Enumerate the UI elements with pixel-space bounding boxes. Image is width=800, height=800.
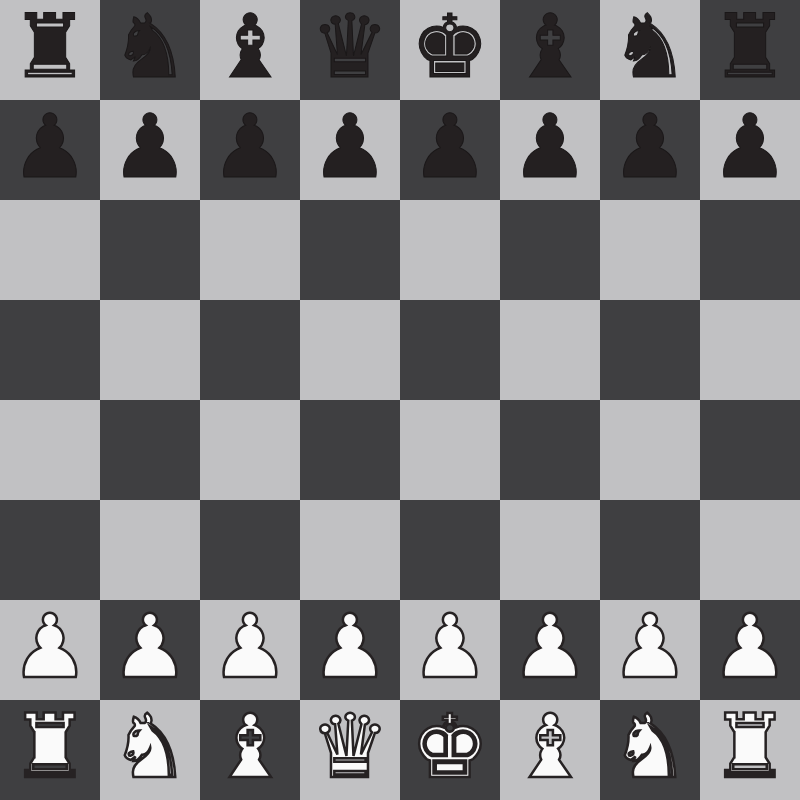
white-pawn-e2: ♟ (411, 597, 490, 697)
square-f2[interactable]: ♟ (500, 600, 600, 700)
black-pawn-c7: ♟ (211, 97, 290, 197)
square-a5[interactable] (0, 300, 100, 400)
black-pawn-h7: ♟ (711, 97, 790, 197)
square-c3[interactable] (200, 500, 300, 600)
white-pawn-g2: ♟ (611, 597, 690, 697)
white-bishop-f1: ♝ (511, 697, 590, 797)
square-e7[interactable]: ♟ (400, 100, 500, 200)
square-h7[interactable]: ♟ (700, 100, 800, 200)
white-rook-a1: ♜ (11, 697, 90, 797)
square-d6[interactable] (300, 200, 400, 300)
white-pawn-d2: ♟ (311, 597, 390, 697)
square-f4[interactable] (500, 400, 600, 500)
black-pawn-b7: ♟ (111, 97, 190, 197)
square-g5[interactable] (600, 300, 700, 400)
square-d5[interactable] (300, 300, 400, 400)
square-d4[interactable] (300, 400, 400, 500)
black-rook-h8: ♜ (711, 0, 790, 97)
square-f7[interactable]: ♟ (500, 100, 600, 200)
white-pawn-f2: ♟ (511, 597, 590, 697)
square-b6[interactable] (100, 200, 200, 300)
square-h2[interactable]: ♟ (700, 600, 800, 700)
square-g6[interactable] (600, 200, 700, 300)
square-a8[interactable]: ♜ (0, 0, 100, 100)
square-g4[interactable] (600, 400, 700, 500)
square-c5[interactable] (200, 300, 300, 400)
square-d1[interactable]: ♛ (300, 700, 400, 800)
square-d3[interactable] (300, 500, 400, 600)
black-king-e8: ♚ (411, 0, 490, 97)
white-king-e1: ♚ (411, 697, 490, 797)
square-b3[interactable] (100, 500, 200, 600)
square-f3[interactable] (500, 500, 600, 600)
square-a7[interactable]: ♟ (0, 100, 100, 200)
black-pawn-e7: ♟ (411, 97, 490, 197)
square-e6[interactable] (400, 200, 500, 300)
white-knight-b1: ♞ (111, 697, 190, 797)
square-h5[interactable] (700, 300, 800, 400)
square-e8[interactable]: ♚ (400, 0, 500, 100)
square-g8[interactable]: ♞ (600, 0, 700, 100)
white-bishop-c1: ♝ (211, 697, 290, 797)
square-b5[interactable] (100, 300, 200, 400)
square-f1[interactable]: ♝ (500, 700, 600, 800)
square-b2[interactable]: ♟ (100, 600, 200, 700)
square-a2[interactable]: ♟ (0, 600, 100, 700)
square-h1[interactable]: ♜ (700, 700, 800, 800)
square-c1[interactable]: ♝ (200, 700, 300, 800)
square-h8[interactable]: ♜ (700, 0, 800, 100)
black-bishop-c8: ♝ (211, 0, 290, 97)
square-a4[interactable] (0, 400, 100, 500)
square-c7[interactable]: ♟ (200, 100, 300, 200)
chess-board: ♜♞♝♛♚♝♞♜♟♟♟♟♟♟♟♟♟♟♟♟♟♟♟♟♜♞♝♛♚♝♞♜ (0, 0, 800, 800)
black-pawn-d7: ♟ (311, 97, 390, 197)
white-pawn-b2: ♟ (111, 597, 190, 697)
black-rook-a8: ♜ (11, 0, 90, 97)
square-b1[interactable]: ♞ (100, 700, 200, 800)
white-knight-g1: ♞ (611, 697, 690, 797)
square-h4[interactable] (700, 400, 800, 500)
square-e2[interactable]: ♟ (400, 600, 500, 700)
square-g1[interactable]: ♞ (600, 700, 700, 800)
black-bishop-f8: ♝ (511, 0, 590, 97)
square-h3[interactable] (700, 500, 800, 600)
square-a3[interactable] (0, 500, 100, 600)
square-f5[interactable] (500, 300, 600, 400)
square-b7[interactable]: ♟ (100, 100, 200, 200)
black-knight-g8: ♞ (611, 0, 690, 97)
white-rook-h1: ♜ (711, 697, 790, 797)
square-c4[interactable] (200, 400, 300, 500)
square-a1[interactable]: ♜ (0, 700, 100, 800)
white-pawn-c2: ♟ (211, 597, 290, 697)
square-f8[interactable]: ♝ (500, 0, 600, 100)
square-b4[interactable] (100, 400, 200, 500)
square-g7[interactable]: ♟ (600, 100, 700, 200)
square-c6[interactable] (200, 200, 300, 300)
square-h6[interactable] (700, 200, 800, 300)
white-queen-d1: ♛ (311, 697, 390, 797)
square-g3[interactable] (600, 500, 700, 600)
black-pawn-f7: ♟ (511, 97, 590, 197)
square-d7[interactable]: ♟ (300, 100, 400, 200)
square-g2[interactable]: ♟ (600, 600, 700, 700)
black-pawn-a7: ♟ (11, 97, 90, 197)
white-pawn-h2: ♟ (711, 597, 790, 697)
square-f6[interactable] (500, 200, 600, 300)
square-b8[interactable]: ♞ (100, 0, 200, 100)
square-c8[interactable]: ♝ (200, 0, 300, 100)
square-d8[interactable]: ♛ (300, 0, 400, 100)
black-knight-b8: ♞ (111, 0, 190, 97)
square-a6[interactable] (0, 200, 100, 300)
square-d2[interactable]: ♟ (300, 600, 400, 700)
black-pawn-g7: ♟ (611, 97, 690, 197)
square-c2[interactable]: ♟ (200, 600, 300, 700)
square-e3[interactable] (400, 500, 500, 600)
square-e4[interactable] (400, 400, 500, 500)
black-queen-d8: ♛ (311, 0, 390, 97)
square-e5[interactable] (400, 300, 500, 400)
white-pawn-a2: ♟ (11, 597, 90, 697)
square-e1[interactable]: ♚ (400, 700, 500, 800)
